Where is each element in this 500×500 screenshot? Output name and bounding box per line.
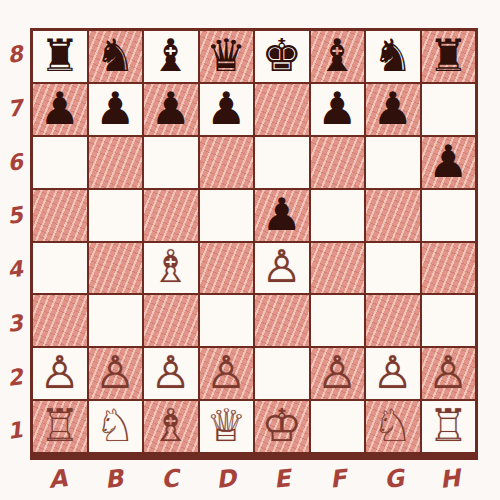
- square-f2[interactable]: ♙: [311, 348, 365, 399]
- square-d3[interactable]: [200, 295, 254, 346]
- piece-black-knight: ♞: [95, 33, 135, 78]
- rank-label-8: 8: [0, 26, 34, 83]
- square-f4[interactable]: [311, 243, 365, 294]
- square-a2[interactable]: ♙: [33, 348, 87, 399]
- square-b4[interactable]: [89, 243, 143, 294]
- square-b6[interactable]: [89, 137, 143, 188]
- rank-labels: 87654321: [0, 28, 30, 458]
- square-a7[interactable]: ♟: [33, 84, 87, 135]
- square-a8[interactable]: ♜: [33, 31, 87, 82]
- piece-white-pawn: ♙: [151, 350, 191, 395]
- square-b8[interactable]: ♞: [89, 31, 143, 82]
- piece-black-pawn: ♟: [206, 86, 246, 131]
- square-d6[interactable]: [200, 137, 254, 188]
- square-a6[interactable]: [33, 137, 87, 188]
- square-e7[interactable]: [255, 84, 309, 135]
- file-label-b: B: [84, 458, 143, 500]
- square-c1[interactable]: ♗: [144, 401, 198, 452]
- square-d7[interactable]: ♟: [200, 84, 254, 135]
- piece-black-pawn: ♟: [317, 86, 357, 131]
- file-label-d: D: [196, 458, 255, 500]
- square-a4[interactable]: [33, 243, 87, 294]
- rank-label-4: 4: [0, 241, 34, 298]
- piece-white-king: ♔: [262, 403, 302, 448]
- square-e2[interactable]: [255, 348, 309, 399]
- file-label-g: G: [364, 458, 423, 500]
- chess-diagram: 87654321 ♜♞♝♛♚♝♞♜♟♟♟♟♟♟♟♟♗♙♙♙♙♙♙♙♙♖♘♗♕♔♘…: [0, 0, 500, 500]
- piece-white-pawn: ♙: [317, 350, 357, 395]
- file-label-f: F: [308, 458, 367, 500]
- piece-black-bishop: ♝: [151, 33, 191, 78]
- piece-black-pawn: ♟: [373, 86, 413, 131]
- square-f6[interactable]: [311, 137, 365, 188]
- square-c7[interactable]: ♟: [144, 84, 198, 135]
- square-e6[interactable]: [255, 137, 309, 188]
- square-h2[interactable]: ♙: [422, 348, 476, 399]
- piece-black-pawn: ♟: [40, 86, 80, 131]
- square-d2[interactable]: ♙: [200, 348, 254, 399]
- file-label-e: E: [252, 458, 311, 500]
- square-d8[interactable]: ♛: [200, 31, 254, 82]
- square-g4[interactable]: [366, 243, 420, 294]
- square-h5[interactable]: [422, 190, 476, 241]
- square-f1[interactable]: [311, 401, 365, 452]
- file-label-c: C: [140, 458, 199, 500]
- square-a3[interactable]: [33, 295, 87, 346]
- square-a5[interactable]: [33, 190, 87, 241]
- square-e1[interactable]: ♔: [255, 401, 309, 452]
- piece-black-pawn: ♟: [428, 139, 468, 184]
- square-h1[interactable]: ♖: [422, 401, 476, 452]
- square-b2[interactable]: ♙: [89, 348, 143, 399]
- piece-black-rook: ♜: [428, 33, 468, 78]
- square-g6[interactable]: [366, 137, 420, 188]
- square-e8[interactable]: ♚: [255, 31, 309, 82]
- piece-black-queen: ♛: [206, 33, 246, 78]
- square-h3[interactable]: [422, 295, 476, 346]
- square-g1[interactable]: ♘: [366, 401, 420, 452]
- square-d1[interactable]: ♕: [200, 401, 254, 452]
- square-e4[interactable]: ♙: [255, 243, 309, 294]
- square-b5[interactable]: [89, 190, 143, 241]
- square-g5[interactable]: [366, 190, 420, 241]
- rank-label-6: 6: [0, 134, 34, 191]
- piece-white-rook: ♖: [40, 403, 80, 448]
- piece-black-pawn: ♟: [262, 192, 302, 237]
- square-a1[interactable]: ♖: [33, 401, 87, 452]
- piece-white-pawn: ♙: [262, 244, 302, 289]
- rank-label-2: 2: [0, 349, 34, 406]
- piece-white-rook: ♖: [428, 403, 468, 448]
- square-b1[interactable]: ♘: [89, 401, 143, 452]
- square-e5[interactable]: ♟: [255, 190, 309, 241]
- square-h4[interactable]: [422, 243, 476, 294]
- rank-label-7: 7: [0, 80, 34, 137]
- piece-white-bishop: ♗: [151, 403, 191, 448]
- square-c6[interactable]: [144, 137, 198, 188]
- piece-white-pawn: ♙: [206, 350, 246, 395]
- square-b7[interactable]: ♟: [89, 84, 143, 135]
- square-f8[interactable]: ♝: [311, 31, 365, 82]
- file-label-a: A: [28, 458, 87, 500]
- square-e3[interactable]: [255, 295, 309, 346]
- square-h6[interactable]: ♟: [422, 137, 476, 188]
- piece-white-pawn: ♙: [40, 350, 80, 395]
- piece-black-bishop: ♝: [317, 33, 357, 78]
- square-g8[interactable]: ♞: [366, 31, 420, 82]
- square-c8[interactable]: ♝: [144, 31, 198, 82]
- chess-board: ♜♞♝♛♚♝♞♜♟♟♟♟♟♟♟♟♗♙♙♙♙♙♙♙♙♖♘♗♕♔♘♖: [30, 28, 478, 460]
- square-f5[interactable]: [311, 190, 365, 241]
- piece-black-pawn: ♟: [95, 86, 135, 131]
- piece-black-pawn: ♟: [151, 86, 191, 131]
- square-f3[interactable]: [311, 295, 365, 346]
- piece-white-pawn: ♙: [373, 350, 413, 395]
- square-b3[interactable]: [89, 295, 143, 346]
- piece-white-knight: ♘: [373, 403, 413, 448]
- square-d5[interactable]: [200, 190, 254, 241]
- square-g3[interactable]: [366, 295, 420, 346]
- piece-white-bishop: ♗: [151, 244, 191, 289]
- square-c4[interactable]: ♗: [144, 243, 198, 294]
- piece-white-queen: ♕: [206, 403, 246, 448]
- square-g2[interactable]: ♙: [366, 348, 420, 399]
- square-c5[interactable]: [144, 190, 198, 241]
- square-c2[interactable]: ♙: [144, 348, 198, 399]
- rank-label-1: 1: [0, 402, 34, 459]
- rank-label-5: 5: [0, 187, 34, 244]
- piece-white-pawn: ♙: [95, 350, 135, 395]
- piece-black-rook: ♜: [40, 33, 80, 78]
- square-c3[interactable]: [144, 295, 198, 346]
- square-f7[interactable]: ♟: [311, 84, 365, 135]
- square-g7[interactable]: ♟: [366, 84, 420, 135]
- piece-black-king: ♚: [262, 33, 302, 78]
- square-h7[interactable]: [422, 84, 476, 135]
- file-label-h: H: [420, 458, 479, 500]
- square-d4[interactable]: [200, 243, 254, 294]
- piece-black-knight: ♞: [373, 33, 413, 78]
- piece-white-pawn: ♙: [428, 350, 468, 395]
- square-h8[interactable]: ♜: [422, 31, 476, 82]
- piece-white-knight: ♘: [95, 403, 135, 448]
- file-labels: ABCDEFGH: [30, 461, 478, 497]
- rank-label-3: 3: [0, 295, 34, 352]
